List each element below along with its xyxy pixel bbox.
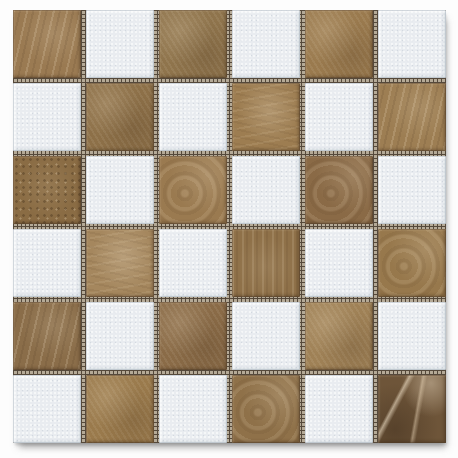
brown-marble-square (159, 156, 227, 224)
white-marble-square (159, 375, 227, 443)
white-marble-square (305, 229, 373, 297)
white-marble-square (378, 302, 446, 370)
brown-marble-square (305, 10, 373, 78)
brown-marble-square (159, 10, 227, 78)
white-marble-square (86, 302, 154, 370)
brown-marble-square (378, 229, 446, 297)
white-marble-square (378, 10, 446, 78)
brown-marble-square (86, 229, 154, 297)
brown-marble-square (86, 375, 154, 443)
brown-marble-square (13, 302, 81, 370)
brown-marble-square (232, 229, 300, 297)
white-marble-square (232, 302, 300, 370)
white-marble-square (305, 375, 373, 443)
brown-marble-square (305, 302, 373, 370)
white-marble-square (378, 156, 446, 224)
white-marble-square (13, 229, 81, 297)
white-marble-square (86, 10, 154, 78)
brown-marble-square (378, 83, 446, 151)
mosaic-tile-sheet (13, 10, 446, 443)
brown-marble-square (159, 302, 227, 370)
brown-marble-square (232, 83, 300, 151)
brown-marble-square (378, 375, 446, 443)
checkerboard-grid (13, 10, 446, 443)
white-marble-square (232, 156, 300, 224)
white-marble-square (305, 83, 373, 151)
brown-marble-square (13, 156, 81, 224)
white-marble-square (159, 229, 227, 297)
white-marble-square (13, 375, 81, 443)
white-marble-square (86, 156, 154, 224)
brown-marble-square (86, 83, 154, 151)
photo-background (0, 0, 458, 458)
white-marble-square (13, 83, 81, 151)
brown-marble-square (13, 10, 81, 78)
brown-marble-square (305, 156, 373, 224)
white-marble-square (232, 10, 300, 78)
brown-marble-square (232, 375, 300, 443)
white-marble-square (159, 83, 227, 151)
